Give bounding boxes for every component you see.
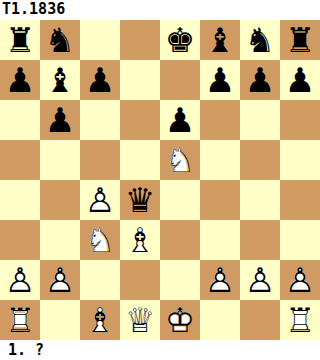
- piece-black-bishop: ♝: [45, 60, 75, 100]
- square-g8[interactable]: ♞: [240, 20, 280, 60]
- square-h2[interactable]: ♟: [280, 260, 320, 300]
- piece-white-pawn: ♟: [85, 180, 115, 220]
- piece-black-queen: ♛: [125, 180, 155, 220]
- piece-white-knight: ♞: [85, 220, 115, 260]
- square-g1[interactable]: [240, 300, 280, 340]
- piece-black-pawn: ♟: [245, 60, 275, 100]
- square-c2[interactable]: [80, 260, 120, 300]
- square-f8[interactable]: ♝: [200, 20, 240, 60]
- square-a5[interactable]: [0, 140, 40, 180]
- square-h4[interactable]: [280, 180, 320, 220]
- piece-white-rook: ♜: [285, 300, 315, 340]
- square-b1[interactable]: [40, 300, 80, 340]
- square-d6[interactable]: [120, 100, 160, 140]
- puzzle-title: T1.1836: [0, 0, 320, 20]
- square-d8[interactable]: [120, 20, 160, 60]
- square-b4[interactable]: [40, 180, 80, 220]
- piece-black-pawn: ♟: [205, 60, 235, 100]
- move-prompt: 1. ?: [0, 340, 320, 360]
- square-f1[interactable]: [200, 300, 240, 340]
- square-a1[interactable]: ♜: [0, 300, 40, 340]
- square-g3[interactable]: [240, 220, 280, 260]
- square-g2[interactable]: ♟: [240, 260, 280, 300]
- piece-white-pawn: ♟: [205, 260, 235, 300]
- square-g7[interactable]: ♟: [240, 60, 280, 100]
- square-c7[interactable]: ♟: [80, 60, 120, 100]
- square-c6[interactable]: [80, 100, 120, 140]
- chess-puzzle-window: T1.1836 ♜♞♚♝♞♜♟♝♟♟♟♟♟♟♞♟♛♞♝♟♟♟♟♟♜♝♛♚♜ 1.…: [0, 0, 320, 360]
- piece-black-pawn: ♟: [5, 60, 35, 100]
- square-f7[interactable]: ♟: [200, 60, 240, 100]
- square-b7[interactable]: ♝: [40, 60, 80, 100]
- piece-black-rook: ♜: [285, 20, 315, 60]
- piece-white-pawn: ♟: [45, 260, 75, 300]
- square-e2[interactable]: [160, 260, 200, 300]
- piece-white-bishop: ♝: [125, 220, 155, 260]
- square-e8[interactable]: ♚: [160, 20, 200, 60]
- square-b5[interactable]: [40, 140, 80, 180]
- square-b6[interactable]: ♟: [40, 100, 80, 140]
- piece-white-rook: ♜: [5, 300, 35, 340]
- square-d5[interactable]: [120, 140, 160, 180]
- piece-white-king: ♚: [165, 300, 195, 340]
- piece-white-queen: ♛: [125, 300, 155, 340]
- square-c8[interactable]: [80, 20, 120, 60]
- square-a7[interactable]: ♟: [0, 60, 40, 100]
- square-f6[interactable]: [200, 100, 240, 140]
- square-f5[interactable]: [200, 140, 240, 180]
- square-e7[interactable]: [160, 60, 200, 100]
- square-h5[interactable]: [280, 140, 320, 180]
- piece-white-pawn: ♟: [5, 260, 35, 300]
- square-h1[interactable]: ♜: [280, 300, 320, 340]
- square-a4[interactable]: [0, 180, 40, 220]
- square-c1[interactable]: ♝: [80, 300, 120, 340]
- square-e4[interactable]: [160, 180, 200, 220]
- square-g4[interactable]: [240, 180, 280, 220]
- square-h6[interactable]: [280, 100, 320, 140]
- piece-black-knight: ♞: [45, 20, 75, 60]
- square-d4[interactable]: ♛: [120, 180, 160, 220]
- square-a8[interactable]: ♜: [0, 20, 40, 60]
- piece-black-pawn: ♟: [285, 60, 315, 100]
- square-d1[interactable]: ♛: [120, 300, 160, 340]
- square-b3[interactable]: [40, 220, 80, 260]
- square-b8[interactable]: ♞: [40, 20, 80, 60]
- chess-board: ♜♞♚♝♞♜♟♝♟♟♟♟♟♟♞♟♛♞♝♟♟♟♟♟♜♝♛♚♜: [0, 20, 320, 340]
- square-h7[interactable]: ♟: [280, 60, 320, 100]
- square-c3[interactable]: ♞: [80, 220, 120, 260]
- square-e5[interactable]: ♞: [160, 140, 200, 180]
- piece-black-rook: ♜: [5, 20, 35, 60]
- square-h3[interactable]: [280, 220, 320, 260]
- square-b2[interactable]: ♟: [40, 260, 80, 300]
- piece-black-pawn: ♟: [165, 100, 195, 140]
- square-a6[interactable]: [0, 100, 40, 140]
- piece-black-pawn: ♟: [85, 60, 115, 100]
- square-c5[interactable]: [80, 140, 120, 180]
- piece-white-bishop: ♝: [85, 300, 115, 340]
- square-d2[interactable]: [120, 260, 160, 300]
- piece-white-pawn: ♟: [285, 260, 315, 300]
- piece-black-knight: ♞: [245, 20, 275, 60]
- piece-white-pawn: ♟: [245, 260, 275, 300]
- square-a3[interactable]: [0, 220, 40, 260]
- piece-black-bishop: ♝: [205, 20, 235, 60]
- square-e1[interactable]: ♚: [160, 300, 200, 340]
- square-f2[interactable]: ♟: [200, 260, 240, 300]
- square-g5[interactable]: [240, 140, 280, 180]
- square-e3[interactable]: [160, 220, 200, 260]
- piece-black-king: ♚: [165, 20, 195, 60]
- square-d3[interactable]: ♝: [120, 220, 160, 260]
- square-f4[interactable]: [200, 180, 240, 220]
- square-c4[interactable]: ♟: [80, 180, 120, 220]
- square-h8[interactable]: ♜: [280, 20, 320, 60]
- square-f3[interactable]: [200, 220, 240, 260]
- square-e6[interactable]: ♟: [160, 100, 200, 140]
- square-d7[interactable]: [120, 60, 160, 100]
- piece-white-knight: ♞: [165, 140, 195, 180]
- square-a2[interactable]: ♟: [0, 260, 40, 300]
- piece-black-pawn: ♟: [45, 100, 75, 140]
- square-g6[interactable]: [240, 100, 280, 140]
